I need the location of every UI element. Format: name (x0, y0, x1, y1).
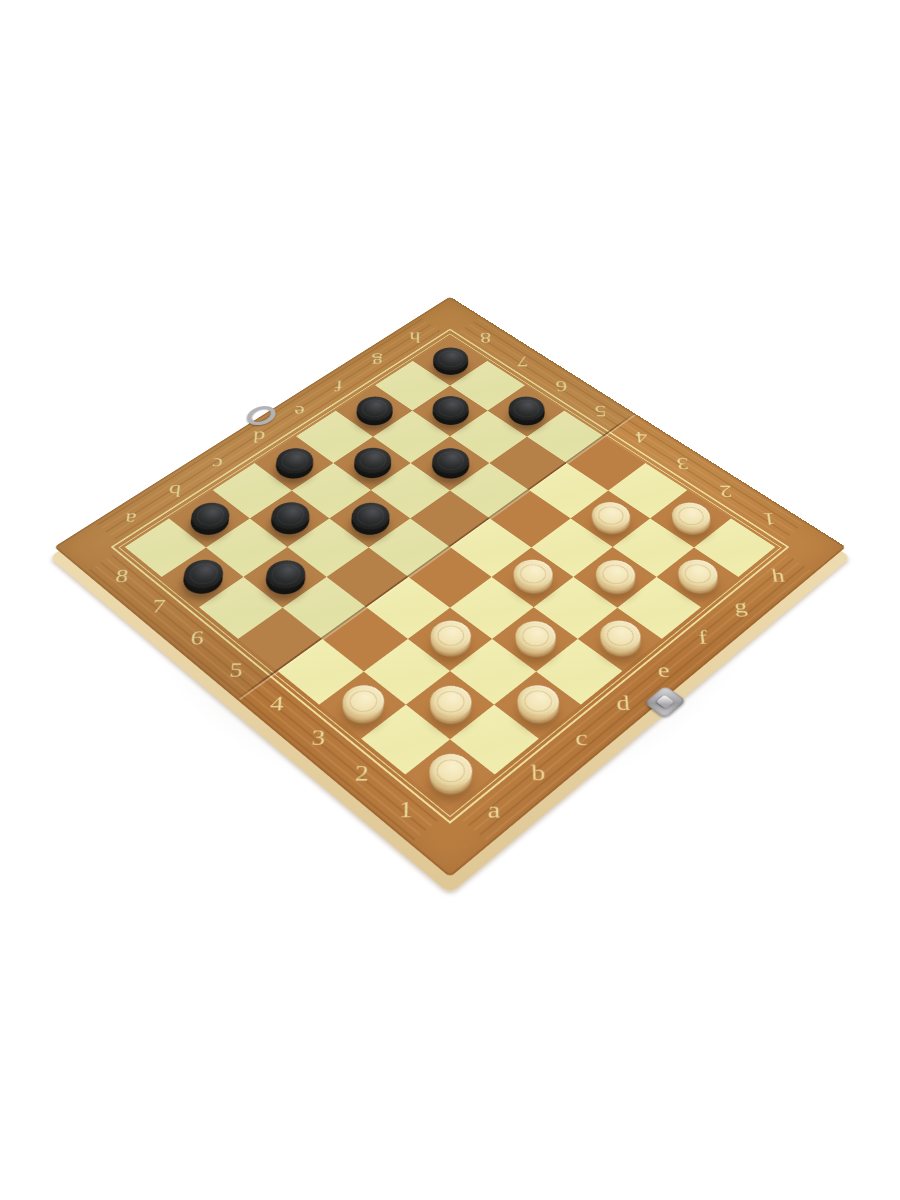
black-man-b8[interactable] (184, 497, 237, 535)
coord-label-text: 4 (269, 693, 284, 714)
coord-label-text: a (124, 511, 138, 529)
coord-label-text: f (335, 379, 344, 394)
coord-label-text: 1 (399, 798, 414, 821)
coord-label-text: h (770, 566, 786, 584)
coord-label-text: c (575, 727, 588, 748)
black-man-f8[interactable] (350, 392, 400, 426)
black-man-d8[interactable] (269, 443, 320, 478)
coord-label-text: f (697, 628, 708, 648)
coord-label-text: g (733, 597, 748, 616)
coord-label-text: d (616, 693, 631, 714)
coord-label-text: 2 (354, 762, 369, 784)
coord-label-text: 3 (311, 727, 326, 748)
white-man-a3[interactable] (335, 679, 393, 724)
coord-label-text: 7 (151, 597, 166, 616)
coord-label-text: 5 (594, 404, 607, 420)
coord-label-text: h (409, 330, 421, 345)
white-man-c3[interactable] (423, 615, 479, 657)
black-man-c7[interactable] (264, 497, 317, 535)
coord-label-text: e (294, 404, 306, 420)
coord-label-text: 8 (479, 330, 491, 345)
black-man-d6[interactable] (344, 497, 397, 535)
coord-label-text: 5 (229, 660, 244, 680)
black-man-f6[interactable] (425, 443, 476, 478)
black-man-e7[interactable] (347, 443, 398, 478)
coord-label-text: b (531, 762, 546, 784)
coord-label-text: 7 (517, 354, 529, 369)
coord-label-text: b (167, 483, 181, 500)
black-man-b6[interactable] (259, 554, 313, 594)
coord-label-text: 3 (676, 456, 690, 473)
white-man-b2[interactable] (422, 679, 480, 724)
coord-label-text: e (657, 660, 671, 680)
coord-label-text: a (488, 798, 501, 821)
coord-label-text: d (252, 429, 265, 445)
coord-label-text: g (371, 354, 383, 369)
coord-label-text: 8 (114, 566, 130, 584)
coord-label-text: 2 (718, 483, 732, 500)
board-tilt-wrapper: 87654321 87654321 hgfedcba hgfedcba (237, 414, 635, 700)
black-man-a7[interactable] (176, 554, 230, 594)
coord-label-text: 4 (634, 429, 647, 445)
black-man-g7[interactable] (426, 392, 476, 426)
coord-label-text: 6 (189, 628, 204, 648)
coord-label-text: 6 (555, 379, 567, 394)
coord-label-text: 1 (762, 511, 777, 529)
black-man-h8[interactable] (426, 343, 475, 375)
coord-label-text: c (211, 456, 224, 473)
